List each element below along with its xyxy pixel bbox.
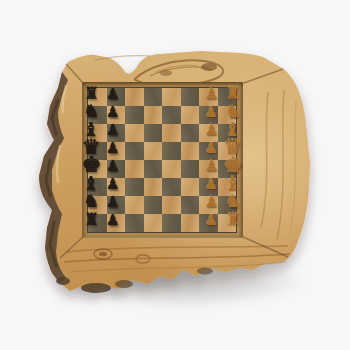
board-square[interactable] [125, 160, 144, 178]
chess-piece-black-pawn[interactable]: ♟ [106, 123, 119, 138]
chess-piece-white-pawn[interactable]: ♟ [205, 123, 218, 138]
chess-piece-white-pawn[interactable]: ♟ [205, 87, 218, 102]
board-square[interactable] [181, 88, 200, 106]
chess-piece-black-pawn[interactable]: ♟ [106, 177, 119, 192]
chess-piece-black-pawn[interactable]: ♟ [106, 87, 119, 102]
board-square[interactable] [144, 124, 163, 142]
chess-piece-white-pawn[interactable]: ♟ [205, 177, 218, 192]
chess-piece-black-pawn[interactable]: ♟ [106, 159, 119, 174]
board-square[interactable] [162, 214, 181, 232]
board-square[interactable]: ♜ [218, 214, 237, 232]
board-square[interactable] [181, 178, 200, 196]
chess-piece-black-pawn[interactable]: ♟ [106, 105, 119, 120]
board-square[interactable] [125, 214, 144, 232]
board-square[interactable] [162, 124, 181, 142]
board-square[interactable]: ♟ [107, 214, 126, 232]
chess-piece-black-rook[interactable]: ♜ [84, 211, 99, 228]
board-square[interactable] [162, 178, 181, 196]
chess-piece-black-rook[interactable]: ♜ [84, 85, 99, 102]
chess-piece-white-rook[interactable]: ♜ [225, 85, 240, 102]
board-square[interactable] [162, 106, 181, 124]
chess-piece-black-pawn[interactable]: ♟ [106, 195, 119, 210]
board-square[interactable] [144, 178, 163, 196]
board-square[interactable] [125, 142, 144, 160]
chess-piece-white-rook[interactable]: ♜ [225, 211, 240, 228]
board-recess: ♜♟♟♜♞♟♟♞♝♟♟♝♛♟♟♛♚♟♟♚♝♟♟♝♞♟♟♞♜♟♟♜ [82, 82, 243, 238]
chess-piece-white-knight[interactable]: ♞ [225, 192, 241, 210]
chess-piece-white-pawn[interactable]: ♟ [205, 195, 218, 210]
board-square[interactable] [125, 88, 144, 106]
board-square[interactable] [162, 196, 181, 214]
board-square[interactable] [162, 160, 181, 178]
chess-piece-white-pawn[interactable]: ♟ [205, 159, 218, 174]
board-square[interactable]: ♜ [88, 214, 107, 232]
board-square[interactable] [144, 106, 163, 124]
board-square[interactable] [125, 106, 144, 124]
board-square[interactable] [144, 142, 163, 160]
board-square[interactable] [181, 124, 200, 142]
bark-patch-bottom-left [81, 283, 111, 293]
board-square[interactable]: ♟ [199, 214, 218, 232]
board-square[interactable] [181, 196, 200, 214]
board-square[interactable] [144, 214, 163, 232]
board-square[interactable] [181, 106, 200, 124]
chess-piece-black-knight[interactable]: ♞ [83, 192, 99, 210]
board-square[interactable] [144, 88, 163, 106]
chess-piece-white-pawn[interactable]: ♟ [205, 105, 218, 120]
board-square[interactable] [125, 178, 144, 196]
board-square[interactable] [181, 214, 200, 232]
chess-piece-white-pawn[interactable]: ♟ [205, 141, 218, 156]
board-square[interactable] [144, 196, 163, 214]
board-square[interactable] [181, 160, 200, 178]
board-square[interactable] [162, 142, 181, 160]
chess-piece-black-pawn[interactable]: ♟ [106, 213, 119, 228]
board-square[interactable] [125, 196, 144, 214]
chess-board: ♜♟♟♜♞♟♟♞♝♟♟♝♛♟♟♛♚♟♟♚♝♟♟♝♞♟♟♞♜♟♟♜ [88, 88, 236, 232]
chess-piece-white-pawn[interactable]: ♟ [205, 213, 218, 228]
board-square[interactable] [144, 160, 163, 178]
board-square[interactable] [125, 124, 144, 142]
board-square[interactable] [162, 88, 181, 106]
product-photo: ♜♟♟♜♞♟♟♞♝♟♟♝♛♟♟♛♚♟♟♚♝♟♟♝♞♟♟♞♜♟♟♜ [0, 0, 350, 350]
chess-piece-black-pawn[interactable]: ♟ [106, 141, 119, 156]
board-square[interactable] [181, 142, 200, 160]
